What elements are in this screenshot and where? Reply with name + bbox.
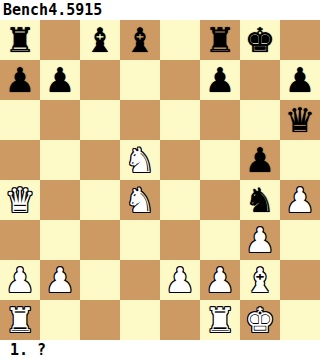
square-g7[interactable] — [240, 60, 280, 100]
square-f6[interactable] — [200, 100, 240, 140]
square-c7[interactable] — [80, 60, 120, 100]
move-prompt: 1. ? — [0, 340, 46, 360]
square-e1[interactable] — [160, 300, 200, 340]
square-h5[interactable] — [280, 140, 320, 180]
window-title: Bench4.5915 — [0, 0, 102, 20]
square-g8[interactable]: ♚ — [240, 20, 280, 60]
square-e4[interactable] — [160, 180, 200, 220]
square-b2[interactable]: ♟ — [40, 260, 80, 300]
black-bishop: ♝ — [85, 20, 115, 60]
white-pawn: ♟ — [5, 260, 35, 300]
square-c2[interactable] — [80, 260, 120, 300]
white-queen: ♛ — [5, 180, 35, 220]
white-bishop: ♝ — [245, 260, 275, 300]
square-f2[interactable]: ♟ — [200, 260, 240, 300]
white-pawn: ♟ — [205, 260, 235, 300]
chess-board: ♜♝♝♜♚♟♟♟♟♛♞♟♛♞♞♟♟♟♟♟♟♝♜♜♚ — [0, 20, 320, 340]
black-bishop: ♝ — [125, 20, 155, 60]
square-b8[interactable] — [40, 20, 80, 60]
square-f4[interactable] — [200, 180, 240, 220]
square-d6[interactable] — [120, 100, 160, 140]
square-g2[interactable]: ♝ — [240, 260, 280, 300]
square-e7[interactable] — [160, 60, 200, 100]
square-c1[interactable] — [80, 300, 120, 340]
square-b6[interactable] — [40, 100, 80, 140]
square-e3[interactable] — [160, 220, 200, 260]
square-g1[interactable]: ♚ — [240, 300, 280, 340]
square-e8[interactable] — [160, 20, 200, 60]
square-f5[interactable] — [200, 140, 240, 180]
square-b7[interactable]: ♟ — [40, 60, 80, 100]
black-pawn: ♟ — [45, 60, 75, 100]
white-rook: ♜ — [205, 300, 235, 340]
chess-app-window: Bench4.5915 ♜♝♝♜♚♟♟♟♟♛♞♟♛♞♞♟♟♟♟♟♟♝♜♜♚ 1.… — [0, 0, 320, 360]
square-c4[interactable] — [80, 180, 120, 220]
square-h4[interactable]: ♟ — [280, 180, 320, 220]
square-h3[interactable] — [280, 220, 320, 260]
square-b5[interactable] — [40, 140, 80, 180]
square-g5[interactable]: ♟ — [240, 140, 280, 180]
white-pawn: ♟ — [285, 180, 315, 220]
square-h1[interactable] — [280, 300, 320, 340]
black-pawn: ♟ — [5, 60, 35, 100]
square-g6[interactable] — [240, 100, 280, 140]
square-d4[interactable]: ♞ — [120, 180, 160, 220]
status-bar: 1. ? — [0, 340, 320, 360]
square-d5[interactable]: ♞ — [120, 140, 160, 180]
white-pawn: ♟ — [45, 260, 75, 300]
square-e6[interactable] — [160, 100, 200, 140]
square-b1[interactable] — [40, 300, 80, 340]
title-bar: Bench4.5915 — [0, 0, 320, 20]
square-b4[interactable] — [40, 180, 80, 220]
black-pawn: ♟ — [285, 60, 315, 100]
square-a1[interactable]: ♜ — [0, 300, 40, 340]
square-h6[interactable]: ♛ — [280, 100, 320, 140]
square-d7[interactable] — [120, 60, 160, 100]
black-knight: ♞ — [245, 180, 275, 220]
square-c5[interactable] — [80, 140, 120, 180]
white-knight: ♞ — [125, 140, 155, 180]
square-d8[interactable]: ♝ — [120, 20, 160, 60]
black-pawn: ♟ — [205, 60, 235, 100]
white-king: ♚ — [245, 300, 275, 340]
square-h8[interactable] — [280, 20, 320, 60]
square-f8[interactable]: ♜ — [200, 20, 240, 60]
square-f1[interactable]: ♜ — [200, 300, 240, 340]
white-rook: ♜ — [5, 300, 35, 340]
square-d1[interactable] — [120, 300, 160, 340]
white-pawn: ♟ — [165, 260, 195, 300]
square-e2[interactable]: ♟ — [160, 260, 200, 300]
black-queen: ♛ — [285, 100, 315, 140]
square-g3[interactable]: ♟ — [240, 220, 280, 260]
black-rook: ♜ — [205, 20, 235, 60]
square-a6[interactable] — [0, 100, 40, 140]
square-b3[interactable] — [40, 220, 80, 260]
square-h7[interactable]: ♟ — [280, 60, 320, 100]
square-f3[interactable] — [200, 220, 240, 260]
square-d2[interactable] — [120, 260, 160, 300]
square-f7[interactable]: ♟ — [200, 60, 240, 100]
black-king: ♚ — [245, 20, 275, 60]
square-a5[interactable] — [0, 140, 40, 180]
white-pawn: ♟ — [245, 220, 275, 260]
square-c8[interactable]: ♝ — [80, 20, 120, 60]
square-d3[interactable] — [120, 220, 160, 260]
square-a8[interactable]: ♜ — [0, 20, 40, 60]
square-a2[interactable]: ♟ — [0, 260, 40, 300]
square-g4[interactable]: ♞ — [240, 180, 280, 220]
black-pawn: ♟ — [245, 140, 275, 180]
square-h2[interactable] — [280, 260, 320, 300]
square-a4[interactable]: ♛ — [0, 180, 40, 220]
square-c6[interactable] — [80, 100, 120, 140]
square-a3[interactable] — [0, 220, 40, 260]
square-e5[interactable] — [160, 140, 200, 180]
square-a7[interactable]: ♟ — [0, 60, 40, 100]
white-knight: ♞ — [125, 180, 155, 220]
square-c3[interactable] — [80, 220, 120, 260]
black-rook: ♜ — [5, 20, 35, 60]
